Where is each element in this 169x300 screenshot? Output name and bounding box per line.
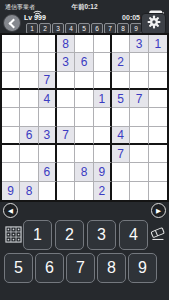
cell-r9c1[interactable]: 9 xyxy=(2,182,20,200)
arrow-left-icon: ◀ xyxy=(8,207,13,215)
cell-r2c5[interactable]: 6 xyxy=(75,53,93,71)
cell-r5c4[interactable] xyxy=(57,108,75,126)
next-button[interactable]: ▶ xyxy=(151,203,166,218)
cell-r3c9[interactable] xyxy=(149,72,167,90)
settings-button[interactable] xyxy=(141,13,166,35)
cell-r2c9[interactable] xyxy=(149,53,167,71)
cell-r6c6[interactable] xyxy=(94,127,112,145)
arrow-right-icon: ▶ xyxy=(156,207,161,215)
cell-r1c8[interactable]: 3 xyxy=(130,35,148,53)
level-label: Lv 999 xyxy=(24,14,46,21)
chevron-left-icon xyxy=(8,18,18,28)
key-5[interactable]: 5 xyxy=(4,253,33,283)
cell-r6c1[interactable] xyxy=(2,127,20,145)
cell-r2c4[interactable]: 3 xyxy=(57,53,75,71)
cell-r3c6[interactable] xyxy=(94,72,112,90)
cell-r5c1[interactable] xyxy=(2,108,20,126)
cell-r1c9[interactable]: 1 xyxy=(149,35,167,53)
cell-r7c9[interactable] xyxy=(149,145,167,163)
cell-r3c2[interactable] xyxy=(20,72,38,90)
key-1[interactable]: 1 xyxy=(23,220,52,250)
key-4[interactable]: 4 xyxy=(119,220,148,250)
digit-counter-3[interactable]: 3 xyxy=(52,23,64,34)
cell-r6c5[interactable] xyxy=(75,127,93,145)
key-7[interactable]: 7 xyxy=(66,253,95,283)
cell-r5c6[interactable] xyxy=(94,108,112,126)
cell-r7c4[interactable] xyxy=(57,145,75,163)
cell-r1c4[interactable]: 8 xyxy=(57,35,75,53)
cell-r9c2[interactable]: 8 xyxy=(20,182,38,200)
cell-r9c8[interactable] xyxy=(130,182,148,200)
key-2[interactable]: 2 xyxy=(55,220,84,250)
cell-r1c3[interactable] xyxy=(39,35,57,53)
cell-r8c7[interactable] xyxy=(112,163,130,181)
digit-counter-2[interactable]: 2 xyxy=(39,23,51,34)
cell-r8c2[interactable] xyxy=(20,163,38,181)
cell-r4c4[interactable] xyxy=(57,90,75,108)
digit-counter-4[interactable]: 4 xyxy=(65,23,77,34)
prev-button[interactable]: ◀ xyxy=(3,203,18,218)
cell-r3c1[interactable] xyxy=(2,72,20,90)
cell-r3c4[interactable] xyxy=(57,72,75,90)
cell-r1c2[interactable] xyxy=(20,35,38,53)
back-button[interactable] xyxy=(3,14,21,32)
cell-r9c6[interactable]: 2 xyxy=(94,182,112,200)
cell-r6c8[interactable] xyxy=(130,127,148,145)
cell-r8c3[interactable]: 6 xyxy=(39,163,57,181)
cell-r8c6[interactable]: 9 xyxy=(94,163,112,181)
cell-r6c9[interactable] xyxy=(149,127,167,145)
cell-r2c7[interactable]: 2 xyxy=(112,53,130,71)
cell-r8c1[interactable] xyxy=(2,163,20,181)
cell-r3c8[interactable] xyxy=(130,72,148,90)
cell-r1c1[interactable] xyxy=(2,35,20,53)
cell-r5c8[interactable] xyxy=(130,108,148,126)
eraser-button[interactable] xyxy=(149,228,166,243)
cell-r9c4[interactable] xyxy=(57,182,75,200)
cell-r4c3[interactable]: 4 xyxy=(39,90,57,108)
sudoku-board: 8313627415763747689982 xyxy=(0,33,169,202)
cell-r9c7[interactable] xyxy=(112,182,130,200)
digit-counter-8[interactable]: 8 xyxy=(117,23,129,34)
cell-r3c5[interactable] xyxy=(75,72,93,90)
eraser-icon xyxy=(149,226,166,245)
cell-r2c2[interactable] xyxy=(20,53,38,71)
digit-counter-6[interactable]: 6 xyxy=(91,23,103,34)
cell-r8c5[interactable]: 8 xyxy=(75,163,93,181)
cell-r4c7[interactable]: 5 xyxy=(112,90,130,108)
memo-grid-icon xyxy=(5,226,22,247)
cell-r4c2[interactable] xyxy=(20,90,38,108)
key-6[interactable]: 6 xyxy=(35,253,64,283)
cell-r8c9[interactable] xyxy=(149,163,167,181)
cell-r8c4[interactable] xyxy=(57,163,75,181)
cell-r5c9[interactable] xyxy=(149,108,167,126)
status-bar: 通信事業者 午前0:12 xyxy=(0,0,169,13)
cell-r7c3[interactable] xyxy=(39,145,57,163)
cell-r5c5[interactable] xyxy=(75,108,93,126)
cell-r1c5[interactable] xyxy=(75,35,93,53)
bottom-panel: ◀ ▶ 1234 xyxy=(0,202,169,300)
cell-r7c7[interactable]: 7 xyxy=(112,145,130,163)
cell-r6c3[interactable]: 3 xyxy=(39,127,57,145)
cell-r5c7[interactable] xyxy=(112,108,130,126)
memo-grid-button[interactable] xyxy=(4,227,22,245)
cell-r2c8[interactable] xyxy=(130,53,148,71)
cell-r7c2[interactable] xyxy=(20,145,38,163)
cell-r7c1[interactable] xyxy=(2,145,20,163)
digit-counter-7[interactable]: 7 xyxy=(104,23,116,34)
cell-r7c5[interactable] xyxy=(75,145,93,163)
key-8[interactable]: 8 xyxy=(97,253,126,283)
cell-r2c6[interactable] xyxy=(94,53,112,71)
cell-r2c1[interactable] xyxy=(2,53,20,71)
cell-r7c6[interactable] xyxy=(94,145,112,163)
key-9[interactable]: 9 xyxy=(128,253,157,283)
digit-counter-5[interactable]: 5 xyxy=(78,23,90,34)
timer-label: 00:05 xyxy=(122,14,140,21)
cell-r4c8[interactable]: 7 xyxy=(130,90,148,108)
cell-r9c9[interactable] xyxy=(149,182,167,200)
cell-r3c3[interactable]: 7 xyxy=(39,72,57,90)
status-time: 午前0:12 xyxy=(0,3,169,12)
cell-r5c3[interactable] xyxy=(39,108,57,126)
cell-r9c5[interactable] xyxy=(75,182,93,200)
cell-r7c8[interactable] xyxy=(130,145,148,163)
digit-counters: 123456789 xyxy=(26,23,142,34)
digit-counter-1[interactable]: 1 xyxy=(26,23,38,34)
key-3[interactable]: 3 xyxy=(87,220,116,250)
cell-r4c9[interactable] xyxy=(149,90,167,108)
keypad-row-2: 56789 xyxy=(4,253,157,283)
gear-icon xyxy=(147,15,161,33)
cell-r9c3[interactable] xyxy=(39,182,57,200)
cell-r8c8[interactable] xyxy=(130,163,148,181)
cell-r2c3[interactable] xyxy=(39,53,57,71)
header: Lv 999 00:05 123456789 xyxy=(0,13,169,33)
cell-r4c6[interactable]: 1 xyxy=(94,90,112,108)
cell-r3c7[interactable] xyxy=(112,72,130,90)
cell-r4c1[interactable] xyxy=(2,90,20,108)
cell-r6c2[interactable]: 6 xyxy=(20,127,38,145)
cell-r5c2[interactable] xyxy=(20,108,38,126)
cell-r6c7[interactable]: 4 xyxy=(112,127,130,145)
cell-r4c5[interactable] xyxy=(75,90,93,108)
keypad-row-1: 1234 xyxy=(23,220,148,250)
cell-r1c6[interactable] xyxy=(94,35,112,53)
sudoku-app: 通信事業者 午前0:12 Lv 999 00:05 123456789 xyxy=(0,0,169,300)
cell-r1c7[interactable] xyxy=(112,35,130,53)
cell-r6c4[interactable]: 7 xyxy=(57,127,75,145)
